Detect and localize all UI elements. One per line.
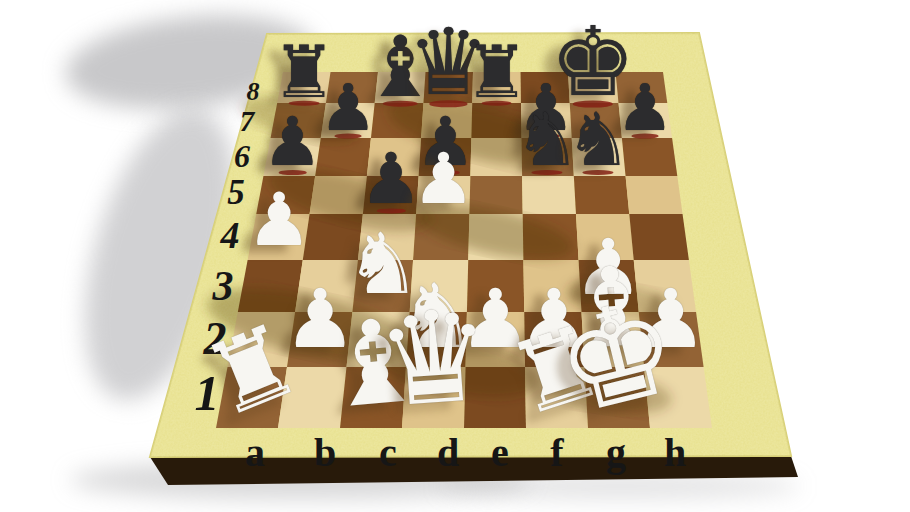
file-label-d: d	[437, 429, 459, 476]
rank-label-8: 8	[247, 77, 260, 107]
white-queen-glyph-icon: ♛	[372, 280, 496, 436]
scene-3d-chess-model: { "game": "chess", "scene": { "descripti…	[0, 0, 910, 512]
square-h5[interactable]	[626, 176, 683, 214]
white-pawn-glyph-icon: ♟	[246, 177, 312, 262]
rank-label-5: 5	[227, 173, 245, 213]
piece-black-pawn-b7[interactable]: ♟	[319, 75, 377, 140]
piece-white-queen-d1[interactable]: ♛	[373, 291, 495, 426]
file-label-b: b	[314, 429, 336, 476]
piece-white-pawn-a4[interactable]: ♟	[246, 183, 312, 256]
file-label-a: a	[245, 429, 265, 476]
rank-label-4: 4	[221, 213, 240, 257]
white-pawn-glyph-icon: ♟	[412, 138, 475, 220]
black-pawn-glyph-icon: ♟	[262, 103, 322, 181]
file-label-h: h	[664, 429, 686, 476]
rank-label-3: 3	[213, 262, 234, 310]
file-label-f: f	[550, 429, 563, 476]
black-knight-glyph-icon: ♞	[565, 96, 631, 182]
rank-label-6: 6	[234, 138, 250, 175]
piece-white-pawn-d5[interactable]: ♟	[412, 144, 475, 214]
piece-black-pawn-a6[interactable]: ♟	[262, 109, 322, 176]
file-label-e: e	[491, 429, 509, 476]
rank-label-7: 7	[240, 105, 255, 138]
black-pawn-glyph-icon: ♟	[319, 69, 377, 144]
piece-black-knight-g6[interactable]: ♞	[565, 103, 631, 177]
